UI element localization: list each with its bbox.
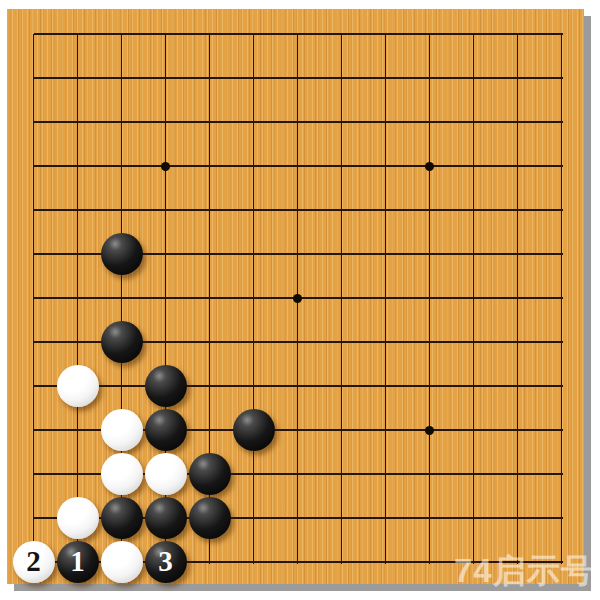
stone-black bbox=[145, 409, 187, 451]
watermark-text: 74启示号 bbox=[454, 549, 595, 594]
grid-line-horizontal bbox=[34, 209, 564, 211]
stone-black bbox=[189, 453, 231, 495]
grid-line-horizontal bbox=[34, 165, 564, 167]
stone-white bbox=[57, 497, 99, 539]
grid-line-horizontal bbox=[34, 77, 564, 79]
stone-black bbox=[189, 497, 231, 539]
grid-line-vertical bbox=[473, 34, 475, 564]
move-number: 1 bbox=[70, 547, 85, 576]
grid-line-vertical bbox=[517, 34, 519, 564]
grid-line-vertical bbox=[561, 34, 563, 564]
stone-black bbox=[101, 321, 143, 363]
grid-line-vertical bbox=[253, 34, 255, 564]
stone-black bbox=[101, 497, 143, 539]
go-board: 213 bbox=[7, 9, 584, 584]
grid-line-vertical bbox=[77, 34, 79, 564]
stone-white bbox=[101, 409, 143, 451]
stone-black bbox=[145, 497, 187, 539]
page-background: 213 74启示号 bbox=[0, 0, 600, 600]
grid-line-vertical bbox=[385, 34, 387, 564]
hoshi-point bbox=[425, 426, 434, 435]
grid-line-horizontal bbox=[34, 33, 564, 35]
stone-black bbox=[145, 365, 187, 407]
stone-white bbox=[101, 453, 143, 495]
grid-line-vertical bbox=[341, 34, 343, 564]
grid-line-vertical bbox=[33, 34, 35, 564]
stone-white bbox=[145, 453, 187, 495]
stone-white bbox=[57, 365, 99, 407]
grid-line-horizontal bbox=[34, 121, 564, 123]
stone-white-move-2: 2 bbox=[13, 541, 55, 583]
stone-black-move-1: 1 bbox=[57, 541, 99, 583]
hoshi-point bbox=[161, 162, 170, 171]
grid-line-horizontal bbox=[34, 385, 564, 387]
hoshi-point bbox=[425, 162, 434, 171]
move-number: 3 bbox=[158, 547, 173, 576]
stone-white bbox=[101, 541, 143, 583]
stone-black-move-3: 3 bbox=[145, 541, 187, 583]
hoshi-point bbox=[293, 294, 302, 303]
move-number: 2 bbox=[26, 547, 41, 576]
stone-black bbox=[233, 409, 275, 451]
grid-line-vertical bbox=[429, 34, 431, 564]
stone-black bbox=[101, 233, 143, 275]
